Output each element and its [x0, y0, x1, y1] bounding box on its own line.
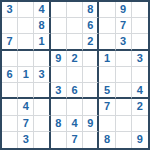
cell-r2c5[interactable] — [67, 18, 83, 34]
cell-r4c4: 9 — [51, 51, 67, 67]
cell-r9c6[interactable] — [83, 132, 99, 148]
cell-r9c3[interactable] — [34, 132, 50, 148]
cell-r5c3: 3 — [34, 67, 50, 83]
cell-r7c3[interactable] — [34, 99, 50, 115]
cell-r5c5[interactable] — [67, 67, 83, 83]
cell-r3c1: 7 — [2, 34, 18, 50]
cell-r5c7[interactable] — [99, 67, 115, 83]
cell-r1c9[interactable] — [132, 2, 148, 18]
cell-r1c5[interactable] — [67, 2, 83, 18]
cell-r5c8[interactable] — [116, 67, 132, 83]
cell-r3c2[interactable] — [18, 34, 34, 50]
cell-r7c4[interactable] — [51, 99, 67, 115]
cell-r1c1: 3 — [2, 2, 18, 18]
cell-r3c7[interactable] — [99, 34, 115, 50]
cell-r1c6: 8 — [83, 2, 99, 18]
cell-r2c8: 7 — [116, 18, 132, 34]
cell-r3c4[interactable] — [51, 34, 67, 50]
cell-r3c8: 3 — [116, 34, 132, 50]
cell-r4c2[interactable] — [18, 51, 34, 67]
cell-r7c6[interactable] — [83, 99, 99, 115]
cell-r4c3[interactable] — [34, 51, 50, 67]
cell-r8c4: 8 — [51, 116, 67, 132]
cell-r2c3: 8 — [34, 18, 50, 34]
cell-r6c2[interactable] — [18, 83, 34, 99]
cell-r9c9: 9 — [132, 132, 148, 148]
cell-r9c8[interactable] — [116, 132, 132, 148]
cell-r4c6[interactable] — [83, 51, 99, 67]
cell-r8c9[interactable] — [132, 116, 148, 132]
cell-r4c8[interactable] — [116, 51, 132, 67]
cell-r5c1: 6 — [2, 67, 18, 83]
cell-r6c5: 6 — [67, 83, 83, 99]
cell-r9c1[interactable] — [2, 132, 18, 148]
cell-r7c1[interactable] — [2, 99, 18, 115]
cell-r6c6[interactable] — [83, 83, 99, 99]
cell-r7c7: 7 — [99, 99, 115, 115]
cell-r1c3: 4 — [34, 2, 50, 18]
cell-r6c3[interactable] — [34, 83, 50, 99]
cell-r8c3[interactable] — [34, 116, 50, 132]
cell-r6c4: 3 — [51, 83, 67, 99]
cell-r7c9: 2 — [132, 99, 148, 115]
cell-r8c1[interactable] — [2, 116, 18, 132]
cell-r4c1[interactable] — [2, 51, 18, 67]
cell-r8c8[interactable] — [116, 116, 132, 132]
cell-r1c8: 9 — [116, 2, 132, 18]
cell-r6c9: 4 — [132, 83, 148, 99]
cell-r4c9: 3 — [132, 51, 148, 67]
cell-r9c5: 7 — [67, 132, 83, 148]
cell-r5c2: 1 — [18, 67, 34, 83]
cell-r7c8[interactable] — [116, 99, 132, 115]
cell-r3c9[interactable] — [132, 34, 148, 50]
cell-r9c2: 3 — [18, 132, 34, 148]
cell-r3c5[interactable] — [67, 34, 83, 50]
cell-r2c7[interactable] — [99, 18, 115, 34]
cell-r1c7[interactable] — [99, 2, 115, 18]
cell-r3c6: 2 — [83, 34, 99, 50]
cell-r9c4[interactable] — [51, 132, 67, 148]
cell-r9c7: 8 — [99, 132, 115, 148]
cell-r2c1[interactable] — [2, 18, 18, 34]
cell-r8c6: 9 — [83, 116, 99, 132]
cell-r2c9[interactable] — [132, 18, 148, 34]
cell-r1c2[interactable] — [18, 2, 34, 18]
cell-r7c2: 4 — [18, 99, 34, 115]
cell-r6c7: 5 — [99, 83, 115, 99]
cell-r2c2[interactable] — [18, 18, 34, 34]
cell-r6c8[interactable] — [116, 83, 132, 99]
cell-r7c5[interactable] — [67, 99, 83, 115]
cell-r8c5: 4 — [67, 116, 83, 132]
cell-r5c9[interactable] — [132, 67, 148, 83]
cell-r8c2: 7 — [18, 116, 34, 132]
cell-r6c1[interactable] — [2, 83, 18, 99]
sudoku-board: 348986771239213613365447278493789 — [0, 0, 150, 150]
cell-r8c7[interactable] — [99, 116, 115, 132]
cell-r3c3: 1 — [34, 34, 50, 50]
cell-r1c4[interactable] — [51, 2, 67, 18]
cell-r4c7: 1 — [99, 51, 115, 67]
cell-r5c6[interactable] — [83, 67, 99, 83]
cell-r2c6: 6 — [83, 18, 99, 34]
cell-r5c4[interactable] — [51, 67, 67, 83]
cell-r2c4[interactable] — [51, 18, 67, 34]
cell-r4c5: 2 — [67, 51, 83, 67]
